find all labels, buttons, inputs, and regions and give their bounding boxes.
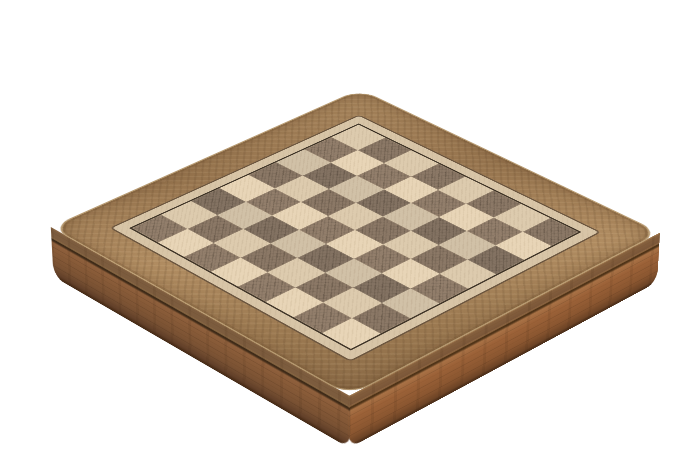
board-square (439, 259, 496, 288)
chess-board-box (50, 89, 661, 397)
board-square (238, 272, 296, 302)
board-square (293, 302, 351, 333)
board-top-face (50, 89, 661, 397)
board-square (382, 259, 439, 288)
board-square (323, 288, 381, 318)
board-square (325, 258, 382, 287)
board-square (326, 230, 382, 258)
board-square (495, 231, 551, 259)
product-photo-background (0, 0, 700, 466)
board-square (297, 244, 354, 273)
board-square (383, 230, 439, 258)
board-square (270, 230, 326, 258)
board-square (381, 288, 439, 318)
board-square (268, 258, 325, 287)
board-square (352, 303, 411, 334)
board-square (467, 245, 524, 274)
board-square (158, 229, 214, 257)
board-square (295, 273, 353, 303)
board-square (411, 274, 469, 304)
board-square (411, 245, 468, 274)
board-square (265, 287, 323, 317)
board-square (184, 243, 241, 272)
board-square (354, 244, 411, 273)
board-square (322, 318, 381, 349)
board-square (211, 257, 268, 286)
board-square (241, 243, 298, 272)
board-square (439, 231, 495, 259)
board-square (353, 273, 411, 303)
board-square (214, 229, 270, 257)
